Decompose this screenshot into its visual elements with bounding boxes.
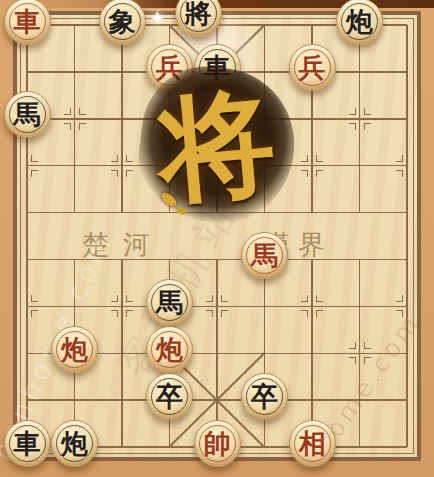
piece-black-pawn[interactable]: 卒: [146, 373, 193, 420]
piece-black-elephant[interactable]: 象: [99, 0, 146, 45]
star-point-marker: [396, 155, 403, 162]
piece-glyph: 兵: [299, 54, 326, 81]
star-point-marker: [31, 310, 38, 317]
piece-glyph: 象: [109, 8, 136, 35]
grid-line: [311, 260, 313, 448]
piece-glyph: 馬: [251, 242, 278, 269]
grid-line: [74, 25, 76, 213]
piece-red-pawn[interactable]: 兵: [289, 44, 336, 91]
star-point-marker: [301, 310, 308, 317]
piece-glyph: 馬: [156, 289, 183, 316]
piece-black-horse[interactable]: 馬: [4, 91, 51, 138]
piece-black-pawn[interactable]: 卒: [241, 373, 288, 420]
star-point-marker: [126, 155, 133, 162]
piece-black-chariot[interactable]: 車: [4, 420, 51, 467]
piece-red-elephant[interactable]: 相: [289, 420, 336, 467]
star-point-marker: [301, 155, 308, 162]
star-point-marker: [364, 123, 371, 130]
star-point-marker: [31, 155, 38, 162]
xiangqi-app-screen: 楚河 漢界 nanhome.com 客手机站 home.com 車象將炮兵車兵馬…: [0, 0, 434, 477]
piece-red-chariot[interactable]: 車: [4, 0, 51, 45]
star-point-marker: [364, 108, 371, 115]
star-point-marker: [79, 123, 86, 130]
star-point-marker: [126, 310, 133, 317]
star-point-marker: [206, 295, 213, 302]
piece-glyph: 車: [14, 430, 41, 457]
star-point-marker: [126, 295, 133, 302]
star-point-marker: [64, 123, 71, 130]
piece-glyph: 卒: [251, 383, 278, 410]
piece-black-cannon[interactable]: 炮: [51, 420, 98, 467]
move-sparkle-icon: ✦: [149, 6, 166, 30]
star-point-marker: [349, 357, 356, 364]
piece-glyph: 馬: [14, 101, 41, 128]
star-point-marker: [111, 155, 118, 162]
star-point-marker: [396, 295, 403, 302]
piece-black-horse[interactable]: 馬: [146, 279, 193, 326]
grid-line: [359, 260, 361, 448]
piece-glyph: 帥: [204, 430, 231, 457]
piece-glyph: 卒: [156, 383, 183, 410]
star-point-marker: [111, 295, 118, 302]
star-point-marker: [79, 108, 86, 115]
piece-black-cannon[interactable]: 炮: [336, 0, 383, 45]
star-point-marker: [316, 295, 323, 302]
star-point-marker: [364, 342, 371, 349]
star-point-marker: [111, 310, 118, 317]
check-banner-text: 将: [140, 70, 294, 224]
river-label-chu-he: 楚河: [82, 228, 164, 262]
star-point-marker: [206, 310, 213, 317]
grid-line: [121, 260, 123, 448]
grid-line: [359, 25, 361, 213]
star-point-marker: [396, 170, 403, 177]
grid-line: [406, 25, 408, 447]
star-point-marker: [316, 155, 323, 162]
star-point-marker: [349, 123, 356, 130]
star-point-marker: [396, 310, 403, 317]
star-point-marker: [301, 295, 308, 302]
piece-glyph: 炮: [61, 336, 88, 363]
star-point-marker: [349, 108, 356, 115]
star-point-marker: [316, 310, 323, 317]
piece-glyph: 將: [185, 0, 212, 27]
piece-red-horse[interactable]: 馬: [241, 232, 288, 279]
star-point-marker: [31, 295, 38, 302]
star-point-marker: [301, 170, 308, 177]
check-banner: 将: [146, 74, 288, 220]
piece-glyph: 車: [14, 8, 41, 35]
piece-red-cannon[interactable]: 炮: [51, 326, 98, 373]
grid-line: [26, 25, 28, 447]
piece-glyph: 炮: [346, 8, 373, 35]
star-point-marker: [221, 295, 228, 302]
piece-red-cannon[interactable]: 炮: [146, 326, 193, 373]
piece-glyph: 相: [299, 430, 326, 457]
star-point-marker: [221, 310, 228, 317]
star-point-marker: [64, 108, 71, 115]
piece-red-general[interactable]: 帥: [194, 420, 241, 467]
star-point-marker: [364, 357, 371, 364]
star-point-marker: [31, 170, 38, 177]
star-point-marker: [349, 342, 356, 349]
star-point-marker: [126, 170, 133, 177]
star-point-marker: [316, 170, 323, 177]
piece-glyph: 炮: [156, 336, 183, 363]
grid-line: [121, 25, 123, 213]
piece-glyph: 炮: [61, 430, 88, 457]
star-point-marker: [111, 170, 118, 177]
grid-line: [216, 260, 218, 448]
